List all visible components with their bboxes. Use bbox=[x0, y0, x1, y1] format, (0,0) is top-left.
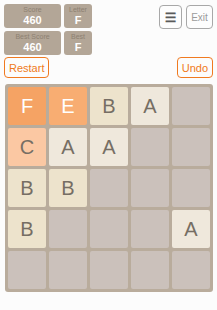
letter-label: Letter bbox=[69, 6, 87, 14]
tile-B: B bbox=[90, 87, 128, 125]
tile-empty bbox=[172, 251, 210, 289]
exit-button[interactable]: Exit bbox=[186, 5, 213, 29]
tile-empty bbox=[90, 210, 128, 248]
score-value: 460 bbox=[23, 14, 41, 26]
tile-empty bbox=[49, 251, 87, 289]
tile-empty bbox=[131, 128, 169, 166]
best-letter-box: Best F bbox=[64, 31, 92, 55]
tile-empty bbox=[172, 128, 210, 166]
board[interactable]: FEBACAABBBA bbox=[5, 84, 213, 292]
tile-empty bbox=[131, 169, 169, 207]
tile-empty bbox=[131, 210, 169, 248]
tile-empty bbox=[131, 251, 169, 289]
tile-F: F bbox=[8, 87, 46, 125]
letter-box: Letter F bbox=[64, 4, 92, 28]
menu-button[interactable]: ☰ bbox=[159, 5, 182, 29]
tile-A: A bbox=[49, 128, 87, 166]
best-score-box: Best Score 460 bbox=[4, 31, 61, 55]
tile-B: B bbox=[49, 169, 87, 207]
best-score-label: Best Score bbox=[15, 33, 49, 41]
tile-E: E bbox=[49, 87, 87, 125]
tile-A: A bbox=[172, 210, 210, 248]
stats-panel: Score 460 Letter F Best Score 460 Best F bbox=[4, 4, 92, 55]
hamburger-menu-icon: ☰ bbox=[165, 11, 177, 24]
score-label: Score bbox=[23, 6, 41, 14]
tile-empty bbox=[172, 87, 210, 125]
score-box: Score 460 bbox=[4, 4, 61, 28]
restart-button[interactable]: Restart bbox=[4, 57, 49, 78]
tile-empty bbox=[90, 251, 128, 289]
best-letter-value: F bbox=[75, 41, 82, 53]
tile-C: C bbox=[8, 128, 46, 166]
tile-A: A bbox=[131, 87, 169, 125]
tile-empty bbox=[90, 169, 128, 207]
tile-B: B bbox=[8, 210, 46, 248]
best-letter-label: Best bbox=[71, 33, 85, 41]
game-screen: { "game": "2048-letters (5x5 letter vari… bbox=[0, 0, 217, 310]
tile-A: A bbox=[90, 128, 128, 166]
tile-empty bbox=[172, 169, 210, 207]
letter-value: F bbox=[75, 14, 82, 26]
undo-button[interactable]: Undo bbox=[177, 57, 213, 78]
tile-empty bbox=[49, 210, 87, 248]
best-score-value: 460 bbox=[23, 41, 41, 53]
tile-B: B bbox=[8, 169, 46, 207]
tile-empty bbox=[8, 251, 46, 289]
